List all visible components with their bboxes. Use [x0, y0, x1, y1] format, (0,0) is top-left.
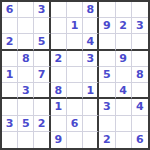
cell-r7c8[interactable]: [116, 99, 132, 115]
cell-r3c9[interactable]: [132, 34, 148, 50]
cell-r9c1[interactable]: [2, 132, 18, 148]
cell-r5c1[interactable]: 1: [2, 67, 18, 83]
cell-r8c2[interactable]: 5: [18, 116, 34, 132]
cell-r9c5[interactable]: [67, 132, 83, 148]
cell-r6c6[interactable]: 1: [83, 83, 99, 99]
cell-r9c7[interactable]: 2: [99, 132, 115, 148]
cell-r3c1[interactable]: 2: [2, 34, 18, 50]
cell-r4c3[interactable]: [34, 51, 50, 67]
cell-r9c2[interactable]: [18, 132, 34, 148]
cell-r1c7[interactable]: [99, 2, 115, 18]
cell-r7c7[interactable]: 3: [99, 99, 115, 115]
cell-r8c3[interactable]: 2: [34, 116, 50, 132]
cell-r4c5[interactable]: [67, 51, 83, 67]
cell-r6c2[interactable]: 3: [18, 83, 34, 99]
cell-r1c3[interactable]: 3: [34, 2, 50, 18]
cell-r9c4[interactable]: 9: [51, 132, 67, 148]
cell-r1c8[interactable]: [116, 2, 132, 18]
cell-r9c3[interactable]: [34, 132, 50, 148]
cell-r2c7[interactable]: 9: [99, 18, 115, 34]
cell-r6c5[interactable]: [67, 83, 83, 99]
cell-r8c4[interactable]: [51, 116, 67, 132]
cell-r5c9[interactable]: 8: [132, 67, 148, 83]
cell-r8c5[interactable]: 6: [67, 116, 83, 132]
cell-r4c9[interactable]: [132, 51, 148, 67]
cell-r8c1[interactable]: 3: [2, 116, 18, 132]
cell-r1c5[interactable]: [67, 2, 83, 18]
cell-r6c4[interactable]: 8: [51, 83, 67, 99]
cell-r7c2[interactable]: [18, 99, 34, 115]
cell-r7c3[interactable]: [34, 99, 50, 115]
cell-r6c1[interactable]: [2, 83, 18, 99]
cell-r3c8[interactable]: [116, 34, 132, 50]
cell-r3c3[interactable]: 5: [34, 34, 50, 50]
cell-r8c8[interactable]: [116, 116, 132, 132]
cell-r6c9[interactable]: [132, 83, 148, 99]
cell-r1c9[interactable]: [132, 2, 148, 18]
cell-r1c4[interactable]: [51, 2, 67, 18]
cell-r2c5[interactable]: 1: [67, 18, 83, 34]
cell-r6c7[interactable]: [99, 83, 115, 99]
cell-r7c5[interactable]: [67, 99, 83, 115]
cell-r4c1[interactable]: [2, 51, 18, 67]
cell-r3c4[interactable]: [51, 34, 67, 50]
cell-r2c9[interactable]: 3: [132, 18, 148, 34]
cell-r8c6[interactable]: [83, 116, 99, 132]
cell-r2c8[interactable]: 2: [116, 18, 132, 34]
cell-r9c8[interactable]: [116, 132, 132, 148]
cell-r7c1[interactable]: [2, 99, 18, 115]
cell-r3c2[interactable]: [18, 34, 34, 50]
cell-r1c6[interactable]: 8: [83, 2, 99, 18]
cell-r6c3[interactable]: [34, 83, 50, 99]
cell-r4c6[interactable]: 3: [83, 51, 99, 67]
cell-r5c3[interactable]: 7: [34, 67, 50, 83]
cell-r3c5[interactable]: [67, 34, 83, 50]
cell-r7c6[interactable]: [83, 99, 99, 115]
cell-r4c4[interactable]: 2: [51, 51, 67, 67]
cell-r5c7[interactable]: 5: [99, 67, 115, 83]
cell-r5c8[interactable]: [116, 67, 132, 83]
cell-r5c5[interactable]: [67, 67, 83, 83]
cell-r2c1[interactable]: [2, 18, 18, 34]
cell-r2c2[interactable]: [18, 18, 34, 34]
cell-r7c4[interactable]: 1: [51, 99, 67, 115]
cell-r2c4[interactable]: [51, 18, 67, 34]
sudoku-board: 63819232548239175838141343526926: [0, 0, 150, 150]
cell-r7c9[interactable]: 4: [132, 99, 148, 115]
cell-r6c8[interactable]: 4: [116, 83, 132, 99]
cell-r8c9[interactable]: [132, 116, 148, 132]
cell-r9c6[interactable]: [83, 132, 99, 148]
cell-r3c7[interactable]: [99, 34, 115, 50]
cell-r2c6[interactable]: [83, 18, 99, 34]
cell-r4c8[interactable]: 9: [116, 51, 132, 67]
cell-r4c7[interactable]: [99, 51, 115, 67]
cell-r5c6[interactable]: [83, 67, 99, 83]
cell-r9c9[interactable]: 6: [132, 132, 148, 148]
cell-r3c6[interactable]: 4: [83, 34, 99, 50]
cell-r4c2[interactable]: 8: [18, 51, 34, 67]
cell-r1c2[interactable]: [18, 2, 34, 18]
cell-r1c1[interactable]: 6: [2, 2, 18, 18]
cell-r5c2[interactable]: [18, 67, 34, 83]
cell-r8c7[interactable]: [99, 116, 115, 132]
cell-r2c3[interactable]: [34, 18, 50, 34]
cell-r5c4[interactable]: [51, 67, 67, 83]
